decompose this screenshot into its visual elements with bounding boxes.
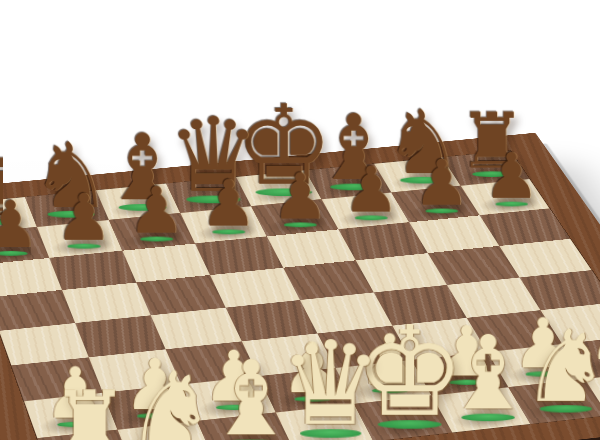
square-b7: ♟ (37, 220, 122, 258)
white-bishop: ♝ (205, 350, 298, 440)
chess-board: ♜♞♝♛♚♝♞♜♟♟♟♟♟♟♟♟♟♟♟♟♟♟♟♟♜♞♝♛♚♝♞♜ (0, 133, 600, 440)
black-pawn: ♟ (128, 181, 185, 242)
square-a1: ♜ (37, 430, 132, 440)
black-pawn: ♟ (272, 168, 329, 228)
square-b1: ♞ (118, 421, 214, 440)
white-rook: ♜ (50, 382, 130, 440)
chess-set-photo: ♜♞♝♛♚♝♞♜♟♟♟♟♟♟♟♟♟♟♟♟♟♟♟♟♜♞♝♛♚♝♞♜ (0, 0, 600, 440)
scene: ♜♞♝♛♚♝♞♜♟♟♟♟♟♟♟♟♟♟♟♟♟♟♟♟♜♞♝♛♚♝♞♜ (0, 0, 600, 440)
board-grid: ♜♞♝♛♚♝♞♜♟♟♟♟♟♟♟♟♟♟♟♟♟♟♟♟♜♞♝♛♚♝♞♜ (0, 151, 600, 440)
black-pawn: ♟ (0, 195, 40, 256)
white-knight: ♞ (125, 361, 216, 440)
square-b6 (49, 251, 136, 290)
black-pawn: ♟ (200, 175, 257, 236)
square-g5 (428, 246, 520, 285)
black-pawn: ♟ (413, 154, 470, 214)
black-pawn: ♟ (483, 148, 539, 208)
black-pawn: ♟ (343, 161, 400, 221)
square-e5 (283, 260, 374, 300)
black-pawn: ♟ (55, 188, 113, 249)
